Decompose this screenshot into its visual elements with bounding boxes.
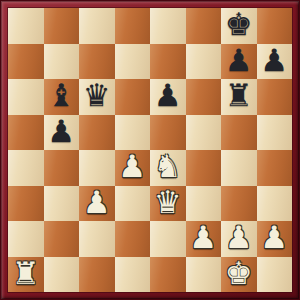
- square-d8[interactable]: [115, 8, 151, 44]
- square-e1[interactable]: [150, 257, 186, 293]
- square-g5[interactable]: [221, 115, 257, 151]
- square-d5[interactable]: [115, 115, 151, 151]
- square-d1[interactable]: [115, 257, 151, 293]
- square-a8[interactable]: [8, 8, 44, 44]
- square-a2[interactable]: [8, 221, 44, 257]
- square-g7[interactable]: ♟: [221, 44, 257, 80]
- black-pawn-piece[interactable]: ♟: [225, 45, 253, 76]
- white-pawn-piece[interactable]: ♟: [189, 222, 217, 253]
- white-rook-piece[interactable]: ♜: [12, 258, 40, 289]
- square-h3[interactable]: [257, 186, 293, 222]
- square-e8[interactable]: [150, 8, 186, 44]
- square-h5[interactable]: [257, 115, 293, 151]
- square-e6[interactable]: ♟: [150, 79, 186, 115]
- square-b3[interactable]: [44, 186, 80, 222]
- square-g1[interactable]: ♚: [221, 257, 257, 293]
- black-pawn-piece[interactable]: ♟: [260, 45, 288, 76]
- square-f6[interactable]: [186, 79, 222, 115]
- black-pawn-piece[interactable]: ♟: [47, 116, 75, 147]
- square-h8[interactable]: [257, 8, 293, 44]
- square-h2[interactable]: ♟: [257, 221, 293, 257]
- square-b8[interactable]: [44, 8, 80, 44]
- square-b2[interactable]: [44, 221, 80, 257]
- square-g8[interactable]: ♚: [221, 8, 257, 44]
- square-h4[interactable]: [257, 150, 293, 186]
- square-g6[interactable]: ♜: [221, 79, 257, 115]
- square-f2[interactable]: ♟: [186, 221, 222, 257]
- square-g3[interactable]: [221, 186, 257, 222]
- chess-board: ♚♟♟♝♛♟♜♟♟♞♟♛♟♟♟♜♚: [8, 8, 292, 292]
- square-c6[interactable]: ♛: [79, 79, 115, 115]
- square-h6[interactable]: [257, 79, 293, 115]
- white-pawn-piece[interactable]: ♟: [83, 187, 111, 218]
- square-b4[interactable]: [44, 150, 80, 186]
- white-queen-piece[interactable]: ♛: [154, 187, 182, 218]
- black-king-piece[interactable]: ♚: [225, 9, 253, 40]
- square-e3[interactable]: ♛: [150, 186, 186, 222]
- square-f8[interactable]: [186, 8, 222, 44]
- white-knight-piece[interactable]: ♞: [154, 151, 182, 182]
- white-pawn-piece[interactable]: ♟: [118, 151, 146, 182]
- square-h1[interactable]: [257, 257, 293, 293]
- square-d7[interactable]: [115, 44, 151, 80]
- square-b7[interactable]: [44, 44, 80, 80]
- square-a1[interactable]: ♜: [8, 257, 44, 293]
- square-b1[interactable]: [44, 257, 80, 293]
- white-pawn-piece[interactable]: ♟: [260, 222, 288, 253]
- white-king-piece[interactable]: ♚: [225, 258, 253, 289]
- black-queen-piece[interactable]: ♛: [83, 80, 111, 111]
- square-g4[interactable]: [221, 150, 257, 186]
- black-bishop-piece[interactable]: ♝: [47, 80, 75, 111]
- square-c7[interactable]: [79, 44, 115, 80]
- square-c8[interactable]: [79, 8, 115, 44]
- square-c2[interactable]: [79, 221, 115, 257]
- square-e2[interactable]: [150, 221, 186, 257]
- square-d4[interactable]: ♟: [115, 150, 151, 186]
- square-f1[interactable]: [186, 257, 222, 293]
- chess-board-frame: ♚♟♟♝♛♟♜♟♟♞♟♛♟♟♟♜♚: [0, 0, 300, 300]
- white-pawn-piece[interactable]: ♟: [225, 222, 253, 253]
- square-g2[interactable]: ♟: [221, 221, 257, 257]
- square-f4[interactable]: [186, 150, 222, 186]
- black-rook-piece[interactable]: ♜: [225, 80, 253, 111]
- square-c3[interactable]: ♟: [79, 186, 115, 222]
- square-f3[interactable]: [186, 186, 222, 222]
- square-c1[interactable]: [79, 257, 115, 293]
- square-c5[interactable]: [79, 115, 115, 151]
- square-c4[interactable]: [79, 150, 115, 186]
- square-e5[interactable]: [150, 115, 186, 151]
- square-a3[interactable]: [8, 186, 44, 222]
- square-e4[interactable]: ♞: [150, 150, 186, 186]
- square-b5[interactable]: ♟: [44, 115, 80, 151]
- square-f5[interactable]: [186, 115, 222, 151]
- square-d3[interactable]: [115, 186, 151, 222]
- square-d2[interactable]: [115, 221, 151, 257]
- square-h7[interactable]: ♟: [257, 44, 293, 80]
- square-e7[interactable]: [150, 44, 186, 80]
- square-b6[interactable]: ♝: [44, 79, 80, 115]
- square-a7[interactable]: [8, 44, 44, 80]
- screenshot-stage: ♚♟♟♝♛♟♜♟♟♞♟♛♟♟♟♜♚: [0, 0, 300, 300]
- square-a4[interactable]: [8, 150, 44, 186]
- black-pawn-piece[interactable]: ♟: [154, 80, 182, 111]
- square-a5[interactable]: [8, 115, 44, 151]
- square-f7[interactable]: [186, 44, 222, 80]
- square-d6[interactable]: [115, 79, 151, 115]
- square-a6[interactable]: [8, 79, 44, 115]
